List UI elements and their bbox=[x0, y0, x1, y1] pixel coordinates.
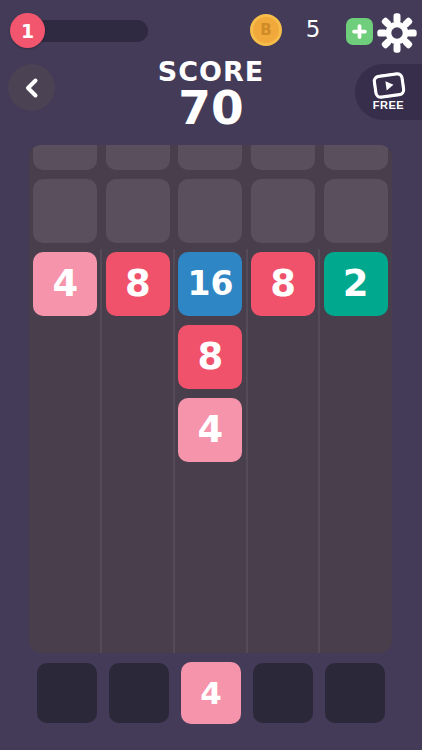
empty-slot bbox=[33, 179, 97, 243]
level-number: 1 bbox=[21, 20, 34, 42]
tray-cell-1 bbox=[109, 663, 169, 723]
board-cell-r3c0[interactable] bbox=[29, 320, 102, 393]
tray-cell-3 bbox=[253, 663, 313, 723]
free-label: FREE bbox=[373, 99, 404, 111]
board-grid: 48168284 bbox=[29, 145, 392, 612]
board-cell-r5c1[interactable] bbox=[102, 466, 175, 539]
coin-count: 5 bbox=[296, 16, 330, 42]
empty-slot bbox=[251, 179, 315, 243]
board-cell-r0c1[interactable] bbox=[102, 145, 175, 174]
board-cell-r3c2[interactable]: 8 bbox=[174, 320, 247, 393]
coin-icon: B bbox=[250, 14, 282, 46]
tile-2: 2 bbox=[324, 252, 388, 316]
settings-button[interactable] bbox=[376, 12, 418, 54]
board-cell-r0c4[interactable] bbox=[319, 145, 392, 174]
add-coins-button[interactable] bbox=[346, 18, 373, 45]
board-cell-r0c3[interactable] bbox=[247, 145, 320, 174]
video-icon bbox=[371, 71, 406, 100]
tile-8: 8 bbox=[106, 252, 170, 316]
board-cell-r4c4[interactable] bbox=[319, 393, 392, 466]
board-cell-r1c0[interactable] bbox=[29, 174, 102, 247]
level-badge: 1 bbox=[10, 13, 45, 48]
next-tile-tray: 4 bbox=[0, 663, 422, 723]
board-cell-r3c3[interactable] bbox=[247, 320, 320, 393]
coin-letter: B bbox=[260, 21, 271, 39]
game-board[interactable]: 48168284 bbox=[29, 145, 392, 653]
next-tile: 4 bbox=[181, 662, 241, 724]
board-cell-r2c0[interactable]: 4 bbox=[29, 247, 102, 320]
tray-cell-0 bbox=[37, 663, 97, 723]
tray-cell-2: 4 bbox=[181, 663, 241, 723]
board-cell-r4c1[interactable] bbox=[102, 393, 175, 466]
board-cell-r2c3[interactable]: 8 bbox=[247, 247, 320, 320]
board-cell-r4c2[interactable]: 4 bbox=[174, 393, 247, 466]
board-cell-r6c1[interactable] bbox=[102, 539, 175, 612]
board-cell-r1c3[interactable] bbox=[247, 174, 320, 247]
empty-slot bbox=[178, 179, 242, 243]
tile-8: 8 bbox=[178, 325, 242, 389]
tile-4: 4 bbox=[178, 398, 242, 462]
board-cell-r2c4[interactable]: 2 bbox=[319, 247, 392, 320]
board-cell-r6c0[interactable] bbox=[29, 539, 102, 612]
gear-icon bbox=[376, 12, 418, 54]
board-cell-r5c0[interactable] bbox=[29, 466, 102, 539]
tile-4: 4 bbox=[33, 252, 97, 316]
board-cell-r6c2[interactable] bbox=[174, 539, 247, 612]
empty-slot bbox=[106, 179, 170, 243]
board-cell-r1c2[interactable] bbox=[174, 174, 247, 247]
game-screen: 1 B 5 bbox=[0, 0, 422, 750]
board-cell-r5c4[interactable] bbox=[319, 466, 392, 539]
tile-16: 16 bbox=[178, 252, 242, 316]
board-cell-r2c1[interactable]: 8 bbox=[102, 247, 175, 320]
board-cell-r0c0[interactable] bbox=[29, 145, 102, 174]
empty-slot bbox=[251, 145, 315, 170]
board-cell-r1c1[interactable] bbox=[102, 174, 175, 247]
board-cell-r6c3[interactable] bbox=[247, 539, 320, 612]
empty-slot bbox=[106, 145, 170, 170]
empty-slot bbox=[324, 145, 388, 170]
board-cell-r4c0[interactable] bbox=[29, 393, 102, 466]
board-cell-r0c2[interactable] bbox=[174, 145, 247, 174]
level-progress-bar bbox=[28, 20, 148, 42]
empty-slot bbox=[178, 145, 242, 170]
board-cell-r1c4[interactable] bbox=[319, 174, 392, 247]
free-video-button[interactable]: FREE bbox=[355, 64, 422, 120]
board-cell-r3c1[interactable] bbox=[102, 320, 175, 393]
board-cell-r5c3[interactable] bbox=[247, 466, 320, 539]
empty-slot bbox=[33, 145, 97, 170]
board-cell-r2c2[interactable]: 16 bbox=[174, 247, 247, 320]
empty-slot bbox=[324, 179, 388, 243]
board-cell-r6c4[interactable] bbox=[319, 539, 392, 612]
plus-icon bbox=[352, 24, 367, 39]
tile-8: 8 bbox=[251, 252, 315, 316]
board-cell-r5c2[interactable] bbox=[174, 466, 247, 539]
tray-cell-4 bbox=[325, 663, 385, 723]
board-cell-r4c3[interactable] bbox=[247, 393, 320, 466]
board-cell-r3c4[interactable] bbox=[319, 320, 392, 393]
